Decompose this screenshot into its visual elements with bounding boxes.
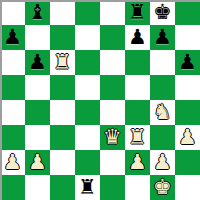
piece-black-king[interactable]: ♚ bbox=[153, 0, 172, 25]
square-b8[interactable]: ♝ bbox=[25, 0, 50, 25]
square-e6[interactable] bbox=[100, 50, 125, 75]
square-g5[interactable] bbox=[150, 75, 175, 100]
piece-white-rook[interactable]: ♜ bbox=[128, 125, 147, 150]
square-h8[interactable] bbox=[175, 0, 200, 25]
piece-black-pawn[interactable]: ♟ bbox=[128, 25, 147, 50]
square-c3[interactable] bbox=[50, 125, 75, 150]
square-e8[interactable] bbox=[100, 0, 125, 25]
square-h7[interactable] bbox=[175, 25, 200, 50]
square-b3[interactable] bbox=[25, 125, 50, 150]
square-h6[interactable]: ♟ bbox=[175, 50, 200, 75]
square-e3[interactable]: ♛ bbox=[100, 125, 125, 150]
square-c6[interactable]: ♜ bbox=[50, 50, 75, 75]
square-h2[interactable] bbox=[175, 150, 200, 175]
square-e2[interactable] bbox=[100, 150, 125, 175]
square-f7[interactable]: ♟ bbox=[125, 25, 150, 50]
square-d6[interactable] bbox=[75, 50, 100, 75]
square-e5[interactable] bbox=[100, 75, 125, 100]
square-c2[interactable] bbox=[50, 150, 75, 175]
piece-white-pawn[interactable]: ♟ bbox=[178, 125, 197, 150]
square-g2[interactable]: ♟ bbox=[150, 150, 175, 175]
piece-black-rook[interactable]: ♜ bbox=[78, 175, 97, 200]
square-b6[interactable]: ♟ bbox=[25, 50, 50, 75]
square-b7[interactable] bbox=[25, 25, 50, 50]
square-h1[interactable] bbox=[175, 175, 200, 200]
square-c7[interactable] bbox=[50, 25, 75, 50]
piece-white-knight[interactable]: ♞ bbox=[153, 100, 172, 125]
square-e4[interactable] bbox=[100, 100, 125, 125]
square-g6[interactable] bbox=[150, 50, 175, 75]
square-f8[interactable]: ♜ bbox=[125, 0, 150, 25]
square-g4[interactable]: ♞ bbox=[150, 100, 175, 125]
square-h4[interactable] bbox=[175, 100, 200, 125]
square-c8[interactable] bbox=[50, 0, 75, 25]
square-f4[interactable] bbox=[125, 100, 150, 125]
square-b1[interactable] bbox=[25, 175, 50, 200]
piece-black-pawn[interactable]: ♟ bbox=[153, 25, 172, 50]
piece-black-pawn[interactable]: ♟ bbox=[178, 50, 197, 75]
square-d8[interactable] bbox=[75, 0, 100, 25]
square-f2[interactable]: ♟ bbox=[125, 150, 150, 175]
square-f6[interactable] bbox=[125, 50, 150, 75]
square-h5[interactable] bbox=[175, 75, 200, 100]
square-a1[interactable] bbox=[0, 175, 25, 200]
square-g1[interactable]: ♚ bbox=[150, 175, 175, 200]
chess-board: ♝♜♚♟♟♟♟♜♟♞♛♜♟♟♟♟♟♜♚ bbox=[0, 0, 200, 200]
square-c1[interactable] bbox=[50, 175, 75, 200]
square-b2[interactable]: ♟ bbox=[25, 150, 50, 175]
piece-white-pawn[interactable]: ♟ bbox=[3, 150, 22, 175]
square-e7[interactable] bbox=[100, 25, 125, 50]
piece-white-rook[interactable]: ♜ bbox=[53, 50, 72, 75]
piece-black-bishop[interactable]: ♝ bbox=[28, 0, 47, 25]
square-e1[interactable] bbox=[100, 175, 125, 200]
piece-black-rook[interactable]: ♜ bbox=[128, 0, 147, 25]
square-a7[interactable]: ♟ bbox=[0, 25, 25, 50]
square-g3[interactable] bbox=[150, 125, 175, 150]
square-a8[interactable] bbox=[0, 0, 25, 25]
square-f5[interactable] bbox=[125, 75, 150, 100]
piece-white-pawn[interactable]: ♟ bbox=[153, 150, 172, 175]
square-a6[interactable] bbox=[0, 50, 25, 75]
square-d1[interactable]: ♜ bbox=[75, 175, 100, 200]
piece-black-pawn[interactable]: ♟ bbox=[3, 25, 22, 50]
square-b5[interactable] bbox=[25, 75, 50, 100]
square-c4[interactable] bbox=[50, 100, 75, 125]
square-a5[interactable] bbox=[0, 75, 25, 100]
square-g7[interactable]: ♟ bbox=[150, 25, 175, 50]
square-c5[interactable] bbox=[50, 75, 75, 100]
square-a4[interactable] bbox=[0, 100, 25, 125]
piece-white-pawn[interactable]: ♟ bbox=[128, 150, 147, 175]
square-d7[interactable] bbox=[75, 25, 100, 50]
square-b4[interactable] bbox=[25, 100, 50, 125]
piece-white-pawn[interactable]: ♟ bbox=[28, 150, 47, 175]
square-a2[interactable]: ♟ bbox=[0, 150, 25, 175]
square-d4[interactable] bbox=[75, 100, 100, 125]
square-d5[interactable] bbox=[75, 75, 100, 100]
square-d3[interactable] bbox=[75, 125, 100, 150]
square-a3[interactable] bbox=[0, 125, 25, 150]
square-d2[interactable] bbox=[75, 150, 100, 175]
square-f3[interactable]: ♜ bbox=[125, 125, 150, 150]
square-h3[interactable]: ♟ bbox=[175, 125, 200, 150]
piece-white-king[interactable]: ♚ bbox=[153, 175, 172, 200]
piece-black-pawn[interactable]: ♟ bbox=[28, 50, 47, 75]
square-f1[interactable] bbox=[125, 175, 150, 200]
piece-white-queen[interactable]: ♛ bbox=[103, 125, 122, 150]
square-g8[interactable]: ♚ bbox=[150, 0, 175, 25]
